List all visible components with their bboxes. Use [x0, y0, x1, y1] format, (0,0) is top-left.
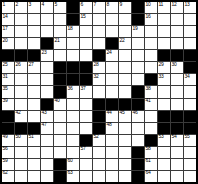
- clue-number-41: 41: [146, 98, 151, 103]
- cell-r12c13[interactable]: 53: [158, 135, 170, 146]
- cell-r14c13[interactable]: [158, 159, 170, 170]
- cell-r15c1[interactable]: 62: [2, 171, 14, 182]
- cell-r1c8[interactable]: 7: [93, 2, 105, 13]
- cell-r2c5[interactable]: [54, 14, 66, 25]
- cell-r6c1[interactable]: 25: [2, 62, 14, 73]
- cell-r14c4[interactable]: [41, 159, 53, 170]
- cell-r14c1[interactable]: 59: [2, 159, 14, 170]
- cell-r4c12[interactable]: [145, 38, 157, 49]
- black-square-r4c4: [41, 38, 53, 49]
- cell-r14c3[interactable]: [28, 159, 40, 170]
- cell-r9c5[interactable]: 40: [54, 99, 66, 110]
- clue-number-50: 50: [16, 134, 21, 139]
- cell-r8c8[interactable]: [93, 86, 105, 97]
- clue-number-28: 28: [94, 62, 99, 67]
- cell-r2c13[interactable]: [158, 14, 170, 25]
- cell-r10c11[interactable]: 46: [132, 111, 144, 122]
- cell-r8c2[interactable]: [15, 86, 27, 97]
- clue-number-52: 52: [94, 134, 99, 139]
- clue-number-48: 48: [107, 122, 112, 127]
- black-square-r10c8: [93, 111, 105, 122]
- cell-r10c3[interactable]: [28, 111, 40, 122]
- cell-r1c7[interactable]: 6: [80, 2, 92, 13]
- cell-r12c2[interactable]: 50: [15, 135, 27, 146]
- cell-r6c11[interactable]: [132, 62, 144, 73]
- clue-number-22: 22: [120, 38, 125, 43]
- black-square-r7c6: [67, 74, 79, 85]
- cell-r6c3[interactable]: 27: [28, 62, 40, 73]
- cell-r3c12[interactable]: [145, 26, 157, 37]
- cell-r1c9[interactable]: 8: [106, 2, 118, 13]
- clue-number-24: 24: [107, 50, 112, 55]
- cell-r9c15[interactable]: [184, 99, 196, 110]
- black-square-r10c14: [171, 111, 183, 122]
- cell-r1c5[interactable]: 5: [54, 2, 66, 13]
- black-square-r6c6: [67, 62, 79, 73]
- black-square-r5c1: [2, 50, 14, 61]
- clue-number-13: 13: [185, 2, 190, 7]
- clue-number-30: 30: [172, 62, 177, 67]
- cell-r15c13[interactable]: [158, 171, 170, 182]
- clue-number-64: 64: [146, 170, 151, 175]
- cell-r11c5[interactable]: [54, 123, 66, 134]
- cell-r3c9[interactable]: [106, 26, 118, 37]
- cell-r12c10[interactable]: [119, 135, 131, 146]
- cell-r7c11[interactable]: [132, 74, 144, 85]
- clue-number-29: 29: [159, 62, 164, 67]
- cell-r9c3[interactable]: [28, 99, 40, 110]
- clue-number-3: 3: [29, 2, 31, 7]
- cell-r4c3[interactable]: [28, 38, 40, 49]
- black-square-r2c11: [132, 14, 144, 25]
- crossword-screenshot: 1234567891011121314151617181920212223242…: [0, 0, 198, 184]
- cell-r6c13[interactable]: 29: [158, 62, 170, 73]
- black-square-r1c11: [132, 2, 144, 13]
- cell-r12c1[interactable]: 49: [2, 135, 14, 146]
- cell-r2c1[interactable]: 14: [2, 14, 14, 25]
- cell-r3c2[interactable]: [15, 26, 27, 37]
- black-square-r5c13: [158, 50, 170, 61]
- cell-r1c1[interactable]: 1: [2, 2, 14, 13]
- clue-number-55: 55: [185, 134, 190, 139]
- clue-number-4: 4: [42, 2, 44, 7]
- clue-number-31: 31: [3, 74, 8, 79]
- cell-r2c10[interactable]: [119, 14, 131, 25]
- clue-number-11: 11: [159, 2, 164, 7]
- cell-r13c6[interactable]: [67, 147, 79, 158]
- clue-number-1: 1: [3, 2, 5, 7]
- cell-r5c9[interactable]: 24: [106, 50, 118, 61]
- cell-r6c8[interactable]: 28: [93, 62, 105, 73]
- black-square-r2c6: [67, 14, 79, 25]
- cell-r5c10[interactable]: [119, 50, 131, 61]
- cell-r3c5[interactable]: [54, 26, 66, 37]
- black-square-r15c11: [132, 171, 144, 182]
- cell-r9c12[interactable]: 41: [145, 99, 157, 110]
- black-square-r5c14: [171, 50, 183, 61]
- black-square-r9c4: [41, 99, 53, 110]
- cell-r2c8[interactable]: [93, 14, 105, 25]
- clue-number-38: 38: [146, 86, 151, 91]
- black-square-r4c9: [106, 38, 118, 49]
- cell-r5c7[interactable]: [80, 50, 92, 61]
- cell-r7c8[interactable]: 32: [93, 74, 105, 85]
- cell-r11c10[interactable]: [119, 123, 131, 134]
- cell-r9c6[interactable]: [67, 99, 79, 110]
- cell-r9c14[interactable]: [171, 99, 183, 110]
- cell-r3c1[interactable]: 17: [2, 26, 14, 37]
- cell-r9c7[interactable]: [80, 99, 92, 110]
- cell-r12c8[interactable]: 52: [93, 135, 105, 146]
- cell-r1c15[interactable]: 13: [184, 2, 196, 13]
- black-square-r9c9: [106, 99, 118, 110]
- cell-r14c2[interactable]: [15, 159, 27, 170]
- cell-r4c2[interactable]: [15, 38, 27, 49]
- crossword-board: 1234567891011121314151617181920212223242…: [0, 0, 198, 184]
- cell-r14c6[interactable]: 60: [67, 159, 79, 170]
- black-square-r11c15: [184, 123, 196, 134]
- cell-r3c14[interactable]: [171, 26, 183, 37]
- cell-r4c14[interactable]: [171, 38, 183, 49]
- black-square-r7c5: [54, 74, 66, 85]
- clue-number-63: 63: [68, 170, 73, 175]
- cell-r9c13[interactable]: [158, 99, 170, 110]
- cell-r3c10[interactable]: [119, 26, 131, 37]
- clue-number-20: 20: [3, 38, 8, 43]
- black-square-r14c5: [54, 159, 66, 170]
- black-square-r5c8: [93, 50, 105, 61]
- black-square-r6c15: [184, 62, 196, 73]
- cell-r14c7[interactable]: [80, 159, 92, 170]
- black-square-r9c11: [132, 99, 144, 110]
- cell-r8c6[interactable]: 36: [67, 86, 79, 97]
- black-square-r11c14: [171, 123, 183, 134]
- cell-r1c3[interactable]: 3: [28, 2, 40, 13]
- cell-r8c12[interactable]: 38: [145, 86, 157, 97]
- cell-r8c1[interactable]: 35: [2, 86, 14, 97]
- clue-number-42: 42: [16, 110, 21, 115]
- black-square-r5c3: [28, 50, 40, 61]
- cell-r3c13[interactable]: [158, 26, 170, 37]
- cell-r10c9[interactable]: 44: [106, 111, 118, 122]
- black-square-r11c3: [28, 123, 40, 134]
- clue-number-59: 59: [3, 158, 8, 163]
- cell-r6c4[interactable]: [41, 62, 53, 73]
- cell-r14c9[interactable]: [106, 159, 118, 170]
- clue-number-46: 46: [133, 110, 138, 115]
- cell-r4c6[interactable]: [67, 38, 79, 49]
- cell-r8c15[interactable]: [184, 86, 196, 97]
- cell-r13c9[interactable]: [106, 147, 118, 158]
- cell-r8c7[interactable]: 37: [80, 86, 92, 97]
- cell-r2c3[interactable]: [28, 14, 40, 25]
- cell-r3c15[interactable]: [184, 26, 196, 37]
- black-square-r11c1: [2, 123, 14, 134]
- cell-r5c11[interactable]: [132, 50, 144, 61]
- cell-r11c9[interactable]: 48: [106, 123, 118, 134]
- cell-r12c5[interactable]: [54, 135, 66, 146]
- cell-r13c15[interactable]: [184, 147, 196, 158]
- cell-r6c9[interactable]: [106, 62, 118, 73]
- clue-number-61: 61: [146, 158, 151, 163]
- cell-r5c5[interactable]: [54, 50, 66, 61]
- clue-number-56: 56: [3, 146, 8, 151]
- cell-r7c4[interactable]: [41, 74, 53, 85]
- cell-r4c11[interactable]: [132, 38, 144, 49]
- black-square-r11c13: [158, 123, 170, 134]
- cell-r4c13[interactable]: [158, 38, 170, 49]
- cell-r2c12[interactable]: 16: [145, 14, 157, 25]
- cell-r10c4[interactable]: 43: [41, 111, 53, 122]
- cell-r11c11[interactable]: [132, 123, 144, 134]
- cell-r15c14[interactable]: [171, 171, 183, 182]
- cell-r2c2[interactable]: [15, 14, 27, 25]
- clue-number-25: 25: [3, 62, 8, 67]
- cell-r11c6[interactable]: [67, 123, 79, 134]
- black-square-r7c12: [145, 74, 157, 85]
- cell-r12c9[interactable]: [106, 135, 118, 146]
- cell-r10c5[interactable]: [54, 111, 66, 122]
- cell-r13c13[interactable]: [158, 147, 170, 158]
- cell-r15c6[interactable]: 63: [67, 171, 79, 182]
- black-square-r9c10: [119, 99, 131, 110]
- cell-r14c8[interactable]: [93, 159, 105, 170]
- clue-number-5: 5: [55, 2, 57, 7]
- clue-number-27: 27: [29, 62, 34, 67]
- cell-r13c10[interactable]: [119, 147, 131, 158]
- cell-r12c6[interactable]: [67, 135, 79, 146]
- clue-number-15: 15: [81, 14, 86, 19]
- cell-r8c10[interactable]: [119, 86, 131, 97]
- clue-number-12: 12: [172, 2, 177, 7]
- cell-r8c14[interactable]: [171, 86, 183, 97]
- cell-r12c4[interactable]: [41, 135, 53, 146]
- cell-r1c4[interactable]: 4: [41, 2, 53, 13]
- cell-r10c7[interactable]: [80, 111, 92, 122]
- cell-r15c7[interactable]: [80, 171, 92, 182]
- cell-r13c8[interactable]: [93, 147, 105, 158]
- cell-r15c8[interactable]: [93, 171, 105, 182]
- clue-number-62: 62: [3, 170, 8, 175]
- cell-r13c12[interactable]: 58: [145, 147, 157, 158]
- clue-number-7: 7: [94, 2, 96, 7]
- cell-r4c10[interactable]: 22: [119, 38, 131, 49]
- cell-r4c7[interactable]: [80, 38, 92, 49]
- black-square-r1c6: [67, 2, 79, 13]
- clue-number-16: 16: [146, 14, 151, 19]
- black-square-r11c2: [15, 123, 27, 134]
- cell-r8c13[interactable]: [158, 86, 170, 97]
- clue-number-40: 40: [55, 98, 60, 103]
- cell-r15c9[interactable]: [106, 171, 118, 182]
- cell-r4c15[interactable]: [184, 38, 196, 49]
- cell-r3c8[interactable]: [93, 26, 105, 37]
- black-square-r6c5: [54, 62, 66, 73]
- clue-number-43: 43: [42, 110, 47, 115]
- cell-r15c3[interactable]: [28, 171, 40, 182]
- cell-r13c5[interactable]: [54, 147, 66, 158]
- cell-r3c6[interactable]: 18: [67, 26, 79, 37]
- black-square-r12c12: [145, 135, 157, 146]
- cell-r2c4[interactable]: [41, 14, 53, 25]
- black-square-r5c15: [184, 50, 196, 61]
- cell-r8c4[interactable]: [41, 86, 53, 97]
- cell-r6c2[interactable]: 26: [15, 62, 27, 73]
- cell-r12c14[interactable]: 54: [171, 135, 183, 146]
- clue-number-51: 51: [29, 134, 34, 139]
- cell-r14c14[interactable]: [171, 159, 183, 170]
- clue-number-21: 21: [55, 38, 60, 43]
- clue-number-45: 45: [120, 110, 125, 115]
- clue-number-36: 36: [68, 86, 73, 91]
- cell-r10c6[interactable]: [67, 111, 79, 122]
- cell-r15c10[interactable]: [119, 171, 131, 182]
- clue-number-26: 26: [16, 62, 21, 67]
- clue-number-54: 54: [172, 134, 177, 139]
- black-square-r10c13: [158, 111, 170, 122]
- cell-r8c3[interactable]: [28, 86, 40, 97]
- clue-number-8: 8: [107, 2, 109, 7]
- cell-r5c6[interactable]: [67, 50, 79, 61]
- black-square-r9c8: [93, 99, 105, 110]
- cell-r4c8[interactable]: [93, 38, 105, 49]
- cell-r11c4[interactable]: 47: [41, 123, 53, 134]
- black-square-r6c7: [80, 62, 92, 73]
- cell-r2c7[interactable]: 15: [80, 14, 92, 25]
- clue-number-49: 49: [3, 134, 8, 139]
- clue-number-60: 60: [68, 158, 73, 163]
- clue-number-34: 34: [185, 74, 190, 79]
- cell-r1c13[interactable]: 11: [158, 2, 170, 13]
- cell-r15c2[interactable]: [15, 171, 27, 182]
- cell-r5c4[interactable]: 23: [41, 50, 53, 61]
- cell-r13c4[interactable]: [41, 147, 53, 158]
- cell-r2c9[interactable]: [106, 14, 118, 25]
- clue-number-10: 10: [146, 2, 151, 7]
- clue-number-23: 23: [42, 50, 47, 55]
- clue-number-44: 44: [107, 110, 112, 115]
- cell-r14c10[interactable]: [119, 159, 131, 170]
- clue-number-37: 37: [81, 86, 86, 91]
- cell-r7c15[interactable]: 34: [184, 74, 196, 85]
- cell-r3c11[interactable]: 19: [132, 26, 144, 37]
- clue-number-18: 18: [68, 26, 73, 31]
- black-square-r13c11: [132, 147, 144, 158]
- cell-r7c9[interactable]: [106, 74, 118, 85]
- cell-r3c7[interactable]: [80, 26, 92, 37]
- cell-r1c12[interactable]: 10: [145, 2, 157, 13]
- cell-r14c12[interactable]: 61: [145, 159, 157, 170]
- cell-r6c14[interactable]: 30: [171, 62, 183, 73]
- black-square-r8c5: [54, 86, 66, 97]
- cell-r14c15[interactable]: [184, 159, 196, 170]
- cell-r15c15[interactable]: [184, 171, 196, 182]
- cell-r7c2[interactable]: [15, 74, 27, 85]
- cell-r10c10[interactable]: 45: [119, 111, 131, 122]
- cell-r15c12[interactable]: 64: [145, 171, 157, 182]
- cell-r7c1[interactable]: 31: [2, 74, 14, 85]
- cell-r2c14[interactable]: [171, 14, 183, 25]
- black-square-r5c2: [15, 50, 27, 61]
- cell-r13c1[interactable]: 56: [2, 147, 14, 158]
- clue-number-19: 19: [133, 26, 138, 31]
- clue-number-53: 53: [159, 134, 164, 139]
- cell-r8c9[interactable]: [106, 86, 118, 97]
- cell-r7c13[interactable]: 33: [158, 74, 170, 85]
- black-square-r10c15: [184, 111, 196, 122]
- clue-number-57: 57: [81, 146, 86, 151]
- black-square-r7c7: [80, 74, 92, 85]
- cell-r3c3[interactable]: [28, 26, 40, 37]
- cell-r13c3[interactable]: [28, 147, 40, 158]
- cell-r10c2[interactable]: 42: [15, 111, 27, 122]
- cell-r12c15[interactable]: 55: [184, 135, 196, 146]
- cell-r10c12[interactable]: [145, 111, 157, 122]
- clue-number-47: 47: [42, 122, 47, 127]
- black-square-r14c11: [132, 159, 144, 170]
- black-square-r11c8: [93, 123, 105, 134]
- clue-number-33: 33: [159, 74, 164, 79]
- black-square-r8c11: [132, 86, 144, 97]
- cell-r15c4[interactable]: [41, 171, 53, 182]
- cell-r13c14[interactable]: [171, 147, 183, 158]
- cell-r3c4[interactable]: [41, 26, 53, 37]
- cell-r13c7[interactable]: 57: [80, 147, 92, 158]
- cell-r2c15[interactable]: [184, 14, 196, 25]
- cell-r7c3[interactable]: [28, 74, 40, 85]
- cell-r1c14[interactable]: 12: [171, 2, 183, 13]
- cell-r6c10[interactable]: [119, 62, 131, 73]
- cell-r9c1[interactable]: 39: [2, 99, 14, 110]
- clue-number-35: 35: [3, 86, 8, 91]
- clue-number-17: 17: [3, 26, 8, 31]
- black-square-r10c1: [2, 111, 14, 122]
- cell-r6c12[interactable]: [145, 62, 157, 73]
- black-square-r12c7: [80, 135, 92, 146]
- cell-r1c2[interactable]: 2: [15, 2, 27, 13]
- cell-r7c14[interactable]: [171, 74, 183, 85]
- clue-number-14: 14: [3, 14, 8, 19]
- clue-number-58: 58: [146, 146, 151, 151]
- clue-number-6: 6: [81, 2, 83, 7]
- cell-r12c11[interactable]: [132, 135, 144, 146]
- cell-r4c5[interactable]: 21: [54, 38, 66, 49]
- clue-number-9: 9: [120, 2, 122, 7]
- cell-r1c10[interactable]: 9: [119, 2, 131, 13]
- clue-number-2: 2: [16, 2, 18, 7]
- clue-number-39: 39: [3, 98, 8, 103]
- cell-r9c2[interactable]: [15, 99, 27, 110]
- cell-r11c7[interactable]: [80, 123, 92, 134]
- cell-r4c1[interactable]: 20: [2, 38, 14, 49]
- cell-r12c3[interactable]: 51: [28, 135, 40, 146]
- cell-r13c2[interactable]: [15, 147, 27, 158]
- cell-r5c12[interactable]: [145, 50, 157, 61]
- clue-number-32: 32: [94, 74, 99, 79]
- cell-r7c10[interactable]: [119, 74, 131, 85]
- cell-r11c12[interactable]: [145, 123, 157, 134]
- black-square-r15c5: [54, 171, 66, 182]
